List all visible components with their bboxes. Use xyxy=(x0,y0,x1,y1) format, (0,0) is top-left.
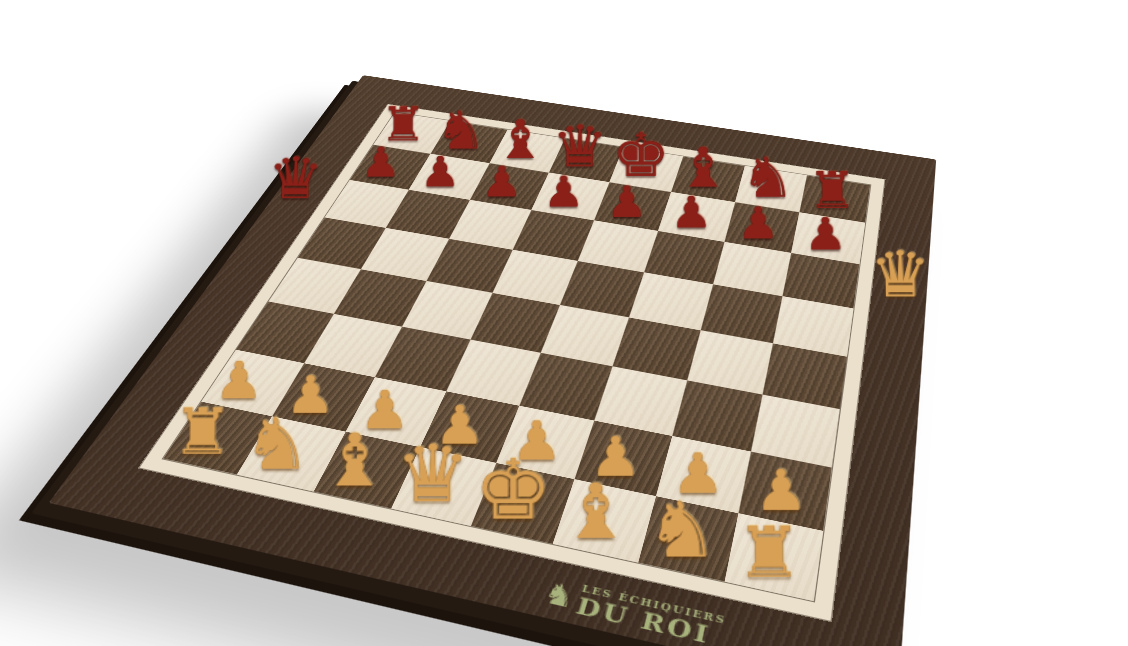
square-f7[interactable]: ♟ xyxy=(658,192,734,241)
red-pawn[interactable]: ♟ xyxy=(791,212,859,257)
board-frame: ♜♞♝♛♚♝♞♜♟♟♟♟♟♟♟♟♟♟♟♟♟♟♟♟♜♞♝♛♚♝♞♜ ♛ ♛ ♞ L… xyxy=(49,75,936,646)
red-pawn[interactable]: ♟ xyxy=(658,191,725,235)
boxwood-queen-glyph: ♛ xyxy=(869,242,931,306)
red-queen-glyph: ♛ xyxy=(267,149,324,207)
square-g1[interactable]: ♞ xyxy=(638,496,739,582)
chessboard: ♜♞♝♛♚♝♞♜♟♟♟♟♟♟♟♟♟♟♟♟♟♟♟♟♜♞♝♛♚♝♞♜ ♛ ♛ ♞ L… xyxy=(49,75,936,646)
boxwood-knight[interactable]: ♞ xyxy=(637,491,725,568)
red-pawn[interactable]: ♟ xyxy=(531,170,596,213)
boxwood-bishop[interactable]: ♝ xyxy=(312,424,396,497)
board-inlay-band: ♜♞♝♛♚♝♞♜♟♟♟♟♟♟♟♟♟♟♟♟♟♟♟♟♜♞♝♛♚♝♞♜ xyxy=(138,104,886,623)
square-g6[interactable] xyxy=(713,242,791,297)
square-h1[interactable]: ♜ xyxy=(724,513,823,601)
square-g7[interactable]: ♟ xyxy=(724,202,799,252)
red-pawn[interactable]: ♟ xyxy=(724,201,791,245)
photo-background: ♜♞♝♛♚♝♞♜♟♟♟♟♟♟♟♟♟♟♟♟♟♟♟♟♜♞♝♛♚♝♞♜ ♛ ♛ ♞ L… xyxy=(0,0,1128,646)
boxwood-queen[interactable]: ♛ xyxy=(390,435,475,514)
red-pawn[interactable]: ♟ xyxy=(408,151,472,193)
boxwood-knight[interactable]: ♞ xyxy=(236,408,319,480)
boxwood-king[interactable]: ♚ xyxy=(470,449,556,532)
boxwood-rook[interactable]: ♜ xyxy=(161,400,243,464)
red-pawn[interactable]: ♟ xyxy=(349,142,412,183)
boxwood-pawn[interactable]: ♟ xyxy=(738,462,823,518)
boxwood-bishop[interactable]: ♝ xyxy=(553,474,640,550)
knight-rider-icon: ♞ xyxy=(540,578,579,613)
square-g5[interactable] xyxy=(700,284,782,343)
square-f5[interactable] xyxy=(629,272,712,330)
red-pawn[interactable]: ♟ xyxy=(594,180,660,223)
extra-boxwood-queen[interactable]: ♛ xyxy=(870,258,929,310)
square-h7[interactable]: ♟ xyxy=(791,212,865,263)
red-pawn[interactable]: ♟ xyxy=(469,161,533,203)
boxwood-rook[interactable]: ♜ xyxy=(724,517,814,587)
